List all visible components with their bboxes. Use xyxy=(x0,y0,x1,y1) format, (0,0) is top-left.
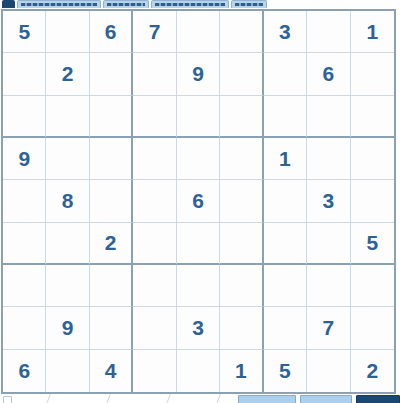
cell-r4c5[interactable] xyxy=(177,138,220,180)
cell-r3c4[interactable] xyxy=(133,96,176,138)
cell-r9c3[interactable]: 4 xyxy=(90,350,133,392)
footer-button-3[interactable] xyxy=(356,395,400,403)
cell-r5c9[interactable] xyxy=(351,180,394,222)
cell-r6c2[interactable] xyxy=(46,223,89,265)
cell-r9c2[interactable] xyxy=(46,350,89,392)
cell-r4c3[interactable] xyxy=(90,138,133,180)
tab-1[interactable] xyxy=(17,0,101,8)
cell-r6c3[interactable]: 2 xyxy=(90,223,133,265)
tab-3-label xyxy=(155,3,225,6)
cell-r5c5[interactable]: 6 xyxy=(177,180,220,222)
cell-r3c6[interactable] xyxy=(220,96,263,138)
cell-r3c9[interactable] xyxy=(351,96,394,138)
sudoku-board: 56731296918632593764152 xyxy=(1,9,396,394)
footer-strip xyxy=(0,394,400,403)
cell-r6c9[interactable]: 5 xyxy=(351,223,394,265)
cell-r5c4[interactable] xyxy=(133,180,176,222)
cell-r1c2[interactable] xyxy=(46,11,89,53)
tab-2-label xyxy=(107,3,145,6)
cell-r4c9[interactable] xyxy=(351,138,394,180)
cell-r9c4[interactable] xyxy=(133,350,176,392)
cell-r7c1[interactable] xyxy=(3,265,46,307)
cell-r7c7[interactable] xyxy=(264,265,307,307)
cell-r7c6[interactable] xyxy=(220,265,263,307)
cell-r1c3[interactable]: 6 xyxy=(90,11,133,53)
cell-r5c7[interactable] xyxy=(264,180,307,222)
cell-r6c8[interactable] xyxy=(307,223,350,265)
cell-r3c1[interactable] xyxy=(3,96,46,138)
cell-r1c4[interactable]: 7 xyxy=(133,11,176,53)
cell-r1c8[interactable] xyxy=(307,11,350,53)
cell-r2c2[interactable]: 2 xyxy=(46,53,89,95)
tab-3[interactable] xyxy=(151,0,229,8)
footer-cutoff-mark xyxy=(217,394,226,403)
cell-r2c3[interactable] xyxy=(90,53,133,95)
cell-r1c9[interactable]: 1 xyxy=(351,11,394,53)
cell-r4c6[interactable] xyxy=(220,138,263,180)
cell-r5c6[interactable] xyxy=(220,180,263,222)
tab-1-label xyxy=(21,3,97,6)
footer-button-1[interactable] xyxy=(238,395,296,403)
active-tab[interactable] xyxy=(2,0,15,8)
cell-r5c8[interactable]: 3 xyxy=(307,180,350,222)
cell-r2c5[interactable]: 9 xyxy=(177,53,220,95)
cell-r1c6[interactable] xyxy=(220,11,263,53)
cell-r2c7[interactable] xyxy=(264,53,307,95)
cell-r4c8[interactable] xyxy=(307,138,350,180)
cell-r6c7[interactable] xyxy=(264,223,307,265)
cell-r8c5[interactable]: 3 xyxy=(177,307,220,349)
cell-r8c1[interactable] xyxy=(3,307,46,349)
tab-4-label xyxy=(235,3,263,6)
cell-r2c9[interactable] xyxy=(351,53,394,95)
footer-cutoff-mark xyxy=(107,394,116,403)
cell-r8c7[interactable] xyxy=(264,307,307,349)
cell-r7c5[interactable] xyxy=(177,265,220,307)
cell-r8c8[interactable]: 7 xyxy=(307,307,350,349)
cell-r9c7[interactable]: 5 xyxy=(264,350,307,392)
cell-r6c4[interactable] xyxy=(133,223,176,265)
cell-r8c3[interactable] xyxy=(90,307,133,349)
cell-r3c8[interactable] xyxy=(307,96,350,138)
cell-r3c5[interactable] xyxy=(177,96,220,138)
tab-2[interactable] xyxy=(103,0,149,8)
cell-r8c4[interactable] xyxy=(133,307,176,349)
cell-r7c2[interactable] xyxy=(46,265,89,307)
cell-r1c5[interactable] xyxy=(177,11,220,53)
cell-r7c3[interactable] xyxy=(90,265,133,307)
footer-checkbox-outline xyxy=(3,396,12,403)
cell-r3c7[interactable] xyxy=(264,96,307,138)
cell-r4c7[interactable]: 1 xyxy=(264,138,307,180)
cell-r7c4[interactable] xyxy=(133,265,176,307)
footer-button-2[interactable] xyxy=(300,395,352,403)
cell-r9c6[interactable]: 1 xyxy=(220,350,263,392)
cell-r9c1[interactable]: 6 xyxy=(3,350,46,392)
cell-r9c9[interactable]: 2 xyxy=(351,350,394,392)
cell-r7c8[interactable] xyxy=(307,265,350,307)
cell-r3c3[interactable] xyxy=(90,96,133,138)
cell-r5c1[interactable] xyxy=(3,180,46,222)
cell-r6c1[interactable] xyxy=(3,223,46,265)
cell-r3c2[interactable] xyxy=(46,96,89,138)
cell-r4c4[interactable] xyxy=(133,138,176,180)
cell-r9c5[interactable] xyxy=(177,350,220,392)
cell-r4c1[interactable]: 9 xyxy=(3,138,46,180)
cell-r2c6[interactable] xyxy=(220,53,263,95)
cell-r2c4[interactable] xyxy=(133,53,176,95)
cell-r1c7[interactable]: 3 xyxy=(264,11,307,53)
cell-r8c9[interactable] xyxy=(351,307,394,349)
cell-r9c8[interactable] xyxy=(307,350,350,392)
cell-r6c6[interactable] xyxy=(220,223,263,265)
cell-r5c3[interactable] xyxy=(90,180,133,222)
cell-r1c1[interactable]: 5 xyxy=(3,11,46,53)
cell-r6c5[interactable] xyxy=(177,223,220,265)
cell-r2c8[interactable]: 6 xyxy=(307,53,350,95)
footer-cutoff-mark xyxy=(167,394,176,403)
cell-r7c9[interactable] xyxy=(351,265,394,307)
cell-r5c2[interactable]: 8 xyxy=(46,180,89,222)
footer-cutoff-mark xyxy=(47,394,56,403)
cell-r8c6[interactable] xyxy=(220,307,263,349)
cell-r2c1[interactable] xyxy=(3,53,46,95)
tab-bar xyxy=(0,0,400,9)
cell-r8c2[interactable]: 9 xyxy=(46,307,89,349)
sudoku-page: 56731296918632593764152 xyxy=(0,0,400,403)
tab-4[interactable] xyxy=(231,0,267,8)
cell-r4c2[interactable] xyxy=(46,138,89,180)
